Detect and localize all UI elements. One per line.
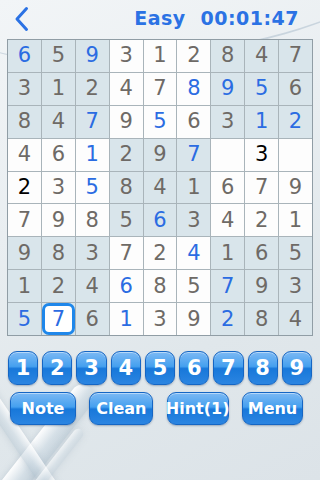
cell-r6c2[interactable]: 9 <box>42 204 75 236</box>
cell-digit: 8 <box>119 177 132 198</box>
cell-r1c5[interactable]: 1 <box>144 40 177 72</box>
cell-digit: 7 <box>153 78 166 99</box>
cell-r2c7[interactable]: 9 <box>211 73 244 105</box>
cell-r7c8[interactable]: 6 <box>245 237 278 269</box>
cell-digit: 6 <box>153 210 166 231</box>
cell-r4c7[interactable] <box>211 139 244 171</box>
cell-digit: 9 <box>255 276 268 297</box>
digit-4-button[interactable]: 4 <box>111 351 141 385</box>
cell-r2c4[interactable]: 4 <box>110 73 143 105</box>
cell-digit: 2 <box>187 45 200 66</box>
cell-digit: 6 <box>221 177 234 198</box>
cell-r7c9[interactable]: 5 <box>279 237 312 269</box>
cell-digit: 9 <box>18 243 31 264</box>
cell-digit: 5 <box>86 177 99 198</box>
cell-r7c3[interactable]: 3 <box>76 237 109 269</box>
cell-digit: 5 <box>18 309 31 330</box>
menu-button[interactable]: Menu <box>242 392 303 425</box>
background-ribbon <box>0 427 85 480</box>
digit-3-button[interactable]: 3 <box>76 351 106 385</box>
cell-digit: 7 <box>119 243 132 264</box>
cell-r3c7[interactable]: 3 <box>211 106 244 138</box>
cell-r2c2[interactable]: 1 <box>42 73 75 105</box>
cell-r4c5[interactable]: 9 <box>144 139 177 171</box>
cell-digit: 9 <box>153 144 166 165</box>
digit-keypad: 123456789 <box>8 351 312 385</box>
cell-digit: 6 <box>289 78 302 99</box>
clean-button[interactable]: Clean <box>89 392 153 425</box>
cell-r1c9[interactable]: 7 <box>279 40 312 72</box>
cell-r6c1[interactable]: 7 <box>8 204 41 236</box>
cell-r7c5[interactable]: 2 <box>144 237 177 269</box>
cell-digit: 6 <box>86 309 99 330</box>
cell-r8c9[interactable]: 3 <box>279 270 312 302</box>
hint-button-label: Hint(1) <box>166 399 230 418</box>
cell-digit: 3 <box>86 243 99 264</box>
cell-r5c4[interactable]: 8 <box>110 172 143 204</box>
cell-r4c1[interactable]: 4 <box>8 139 41 171</box>
cell-r3c8[interactable]: 1 <box>245 106 278 138</box>
cell-digit: 1 <box>119 309 132 330</box>
sudoku-board: 6593128473124789568479563124612973235841… <box>7 39 313 336</box>
cell-r7c4[interactable]: 7 <box>110 237 143 269</box>
cell-digit: 3 <box>52 177 65 198</box>
sudoku-app: Easy 00:01:47 65931284731247895684795631… <box>0 0 320 480</box>
cell-r6c6[interactable]: 3 <box>177 204 210 236</box>
cell-r1c2[interactable]: 5 <box>42 40 75 72</box>
digit-9-button[interactable]: 9 <box>282 351 312 385</box>
cell-digit: 6 <box>255 243 268 264</box>
cell-r2c3[interactable]: 2 <box>76 73 109 105</box>
cell-digit: 2 <box>153 243 166 264</box>
cell-r6c9[interactable]: 1 <box>279 204 312 236</box>
note-button-label: Note <box>22 399 65 418</box>
cell-digit: 4 <box>255 45 268 66</box>
cell-digit: 7 <box>255 177 268 198</box>
cell-digit: 2 <box>86 78 99 99</box>
cell-r4c8[interactable]: 3 <box>245 139 278 171</box>
cell-r8c5[interactable]: 8 <box>144 270 177 302</box>
cell-r4c6[interactable]: 7 <box>177 139 210 171</box>
cell-r3c9[interactable]: 2 <box>279 106 312 138</box>
cell-digit: 4 <box>119 78 132 99</box>
cell-r8c7[interactable]: 7 <box>211 270 244 302</box>
cell-digit: 3 <box>18 78 31 99</box>
cell-digit: 8 <box>153 276 166 297</box>
cell-r6c7[interactable]: 4 <box>211 204 244 236</box>
cell-digit: 6 <box>52 144 65 165</box>
cell-digit: 4 <box>86 276 99 297</box>
cell-r8c6[interactable]: 5 <box>177 270 210 302</box>
cell-r9c9[interactable]: 4 <box>279 303 312 335</box>
cell-r7c7[interactable]: 1 <box>211 237 244 269</box>
cell-digit: 1 <box>52 78 65 99</box>
cell-digit: 3 <box>289 276 302 297</box>
cell-r2c9[interactable]: 6 <box>279 73 312 105</box>
cell-digit: 3 <box>255 144 268 165</box>
cell-digit: 9 <box>86 45 99 66</box>
cell-digit: 5 <box>119 210 132 231</box>
cell-digit: 4 <box>289 309 302 330</box>
cell-digit: 7 <box>187 144 200 165</box>
cell-digit: 5 <box>153 111 166 132</box>
cell-r9c6[interactable]: 9 <box>177 303 210 335</box>
cell-r9c8[interactable]: 8 <box>245 303 278 335</box>
cell-digit: 2 <box>255 210 268 231</box>
digit-7-button[interactable]: 7 <box>213 351 243 385</box>
cell-digit: 1 <box>86 144 99 165</box>
cell-digit: 6 <box>187 111 200 132</box>
cell-digit: 1 <box>255 111 268 132</box>
cell-r3c1[interactable]: 8 <box>8 106 41 138</box>
cell-digit: 3 <box>187 210 200 231</box>
cell-r6c3[interactable]: 8 <box>76 204 109 236</box>
cell-digit: 8 <box>221 45 234 66</box>
cell-digit: 7 <box>52 309 65 330</box>
cell-r5c6[interactable]: 1 <box>177 172 210 204</box>
cell-r5c2[interactable]: 3 <box>42 172 75 204</box>
cell-digit: 8 <box>52 243 65 264</box>
cell-r5c3[interactable]: 5 <box>76 172 109 204</box>
cell-digit: 7 <box>18 210 31 231</box>
cell-r7c6[interactable]: 4 <box>177 237 210 269</box>
cell-r2c6[interactable]: 8 <box>177 73 210 105</box>
cell-r4c4[interactable]: 2 <box>110 139 143 171</box>
cell-r1c4[interactable]: 3 <box>110 40 143 72</box>
cell-r9c1[interactable]: 5 <box>8 303 41 335</box>
cell-digit: 9 <box>289 177 302 198</box>
cell-digit: 9 <box>52 210 65 231</box>
cell-r5c8[interactable]: 7 <box>245 172 278 204</box>
cell-digit: 9 <box>221 78 234 99</box>
cell-digit: 2 <box>52 276 65 297</box>
clean-button-label: Clean <box>96 399 146 418</box>
digit-1-button[interactable]: 1 <box>8 351 38 385</box>
cell-r1c7[interactable]: 8 <box>211 40 244 72</box>
cell-digit: 4 <box>52 111 65 132</box>
cell-digit: 6 <box>18 45 31 66</box>
cell-digit: 6 <box>119 276 132 297</box>
cell-digit: 8 <box>18 111 31 132</box>
cell-r4c2[interactable]: 6 <box>42 139 75 171</box>
cell-r1c3[interactable]: 9 <box>76 40 109 72</box>
digit-6-button[interactable]: 6 <box>179 351 209 385</box>
cell-r8c1[interactable]: 1 <box>8 270 41 302</box>
cell-r9c2[interactable]: 7 <box>42 303 75 335</box>
cell-digit: 2 <box>221 309 234 330</box>
cell-digit: 3 <box>153 309 166 330</box>
cell-r6c8[interactable]: 2 <box>245 204 278 236</box>
cell-r7c1[interactable]: 9 <box>8 237 41 269</box>
action-bar: Note Clean Hint(1) Menu <box>10 392 303 425</box>
cell-r8c8[interactable]: 9 <box>245 270 278 302</box>
digit-2-button[interactable]: 2 <box>42 351 72 385</box>
digit-5-button[interactable]: 5 <box>145 351 175 385</box>
cell-digit: 1 <box>18 276 31 297</box>
cell-digit: 1 <box>187 177 200 198</box>
note-button[interactable]: Note <box>10 392 76 425</box>
cell-r9c7[interactable]: 2 <box>211 303 244 335</box>
game-timer: 00:01:47 <box>200 7 299 29</box>
cell-r1c6[interactable]: 2 <box>177 40 210 72</box>
cell-digit: 8 <box>255 309 268 330</box>
cell-r3c5[interactable]: 5 <box>144 106 177 138</box>
cell-digit: 5 <box>52 45 65 66</box>
cell-digit: 5 <box>187 276 200 297</box>
cell-r3c3[interactable]: 7 <box>76 106 109 138</box>
hint-button[interactable]: Hint(1) <box>167 392 229 425</box>
cell-r4c3[interactable]: 1 <box>76 139 109 171</box>
cell-digit: 2 <box>289 111 302 132</box>
cell-digit: 7 <box>221 276 234 297</box>
cell-digit: 9 <box>119 111 132 132</box>
cell-digit: 5 <box>255 78 268 99</box>
cell-digit: 3 <box>119 45 132 66</box>
cell-r3c6[interactable]: 6 <box>177 106 210 138</box>
cell-digit: 9 <box>187 309 200 330</box>
cell-digit: 4 <box>187 243 200 264</box>
cell-r2c1[interactable]: 3 <box>8 73 41 105</box>
cell-digit: 7 <box>289 45 302 66</box>
cell-digit: 4 <box>18 144 31 165</box>
cell-r5c9[interactable]: 9 <box>279 172 312 204</box>
cell-digit: 1 <box>153 45 166 66</box>
cell-r1c8[interactable]: 4 <box>245 40 278 72</box>
cell-r4c9[interactable] <box>279 139 312 171</box>
cell-r2c5[interactable]: 7 <box>144 73 177 105</box>
cell-digit: 2 <box>18 177 31 198</box>
cell-r3c2[interactable]: 4 <box>42 106 75 138</box>
cell-r5c7[interactable]: 6 <box>211 172 244 204</box>
cell-digit: 4 <box>221 210 234 231</box>
cell-r5c1[interactable]: 2 <box>8 172 41 204</box>
menu-button-label: Menu <box>248 399 298 418</box>
cell-r8c4[interactable]: 6 <box>110 270 143 302</box>
cell-r9c3[interactable]: 6 <box>76 303 109 335</box>
cell-r7c2[interactable]: 8 <box>42 237 75 269</box>
cell-r3c4[interactable]: 9 <box>110 106 143 138</box>
cell-r6c5[interactable]: 6 <box>144 204 177 236</box>
cell-r5c5[interactable]: 4 <box>144 172 177 204</box>
cell-digit: 1 <box>221 243 234 264</box>
cell-r8c3[interactable]: 4 <box>76 270 109 302</box>
header-bar: Easy 00:01:47 <box>0 0 320 38</box>
digit-8-button[interactable]: 8 <box>248 351 278 385</box>
cell-digit: 7 <box>86 111 99 132</box>
cell-digit: 8 <box>187 78 200 99</box>
cell-r8c2[interactable]: 2 <box>42 270 75 302</box>
cell-r9c5[interactable]: 3 <box>144 303 177 335</box>
cell-digit: 5 <box>289 243 302 264</box>
cell-r6c4[interactable]: 5 <box>110 204 143 236</box>
cell-digit: 4 <box>153 177 166 198</box>
cell-r1c1[interactable]: 6 <box>8 40 41 72</box>
cell-digit: 2 <box>119 144 132 165</box>
cell-r2c8[interactable]: 5 <box>245 73 278 105</box>
cell-digit: 8 <box>86 210 99 231</box>
cell-r9c4[interactable]: 1 <box>110 303 143 335</box>
cell-digit: 1 <box>289 210 302 231</box>
cell-digit: 3 <box>221 111 234 132</box>
